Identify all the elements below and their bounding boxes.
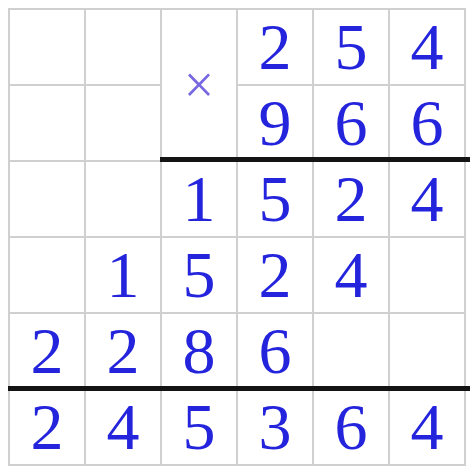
multiplication-grid: × 2 5 4 9 6 6 1 5 2 4 1 5 2 4 2 2 8 6 2 … [8,8,466,466]
cell-r3c3: 1 [162,162,236,236]
cell-r1c1 [10,10,84,84]
operator-cell: × [162,10,236,160]
cell-r6c1: 2 [10,390,84,464]
cell-r5c5 [314,314,388,388]
cell-r6c4: 3 [238,390,312,464]
cell-r4c3: 5 [162,238,236,312]
cell-r5c3: 8 [162,314,236,388]
cell-r3c2 [86,162,160,236]
multiply-icon: × [184,58,214,112]
cell-r4c1 [10,238,84,312]
cell-r5c1: 2 [10,314,84,388]
cell-r1c2 [86,10,160,84]
cell-r3c1 [10,162,84,236]
cell-r1c6: 4 [390,10,464,84]
cell-r2c6: 6 [390,86,464,160]
multiplication-worksheet: × 2 5 4 9 6 6 1 5 2 4 1 5 2 4 2 2 8 6 2 … [0,0,473,475]
cell-r3c6: 4 [390,162,464,236]
cell-r6c2: 4 [86,390,160,464]
cell-r5c4: 6 [238,314,312,388]
cell-r2c5: 6 [314,86,388,160]
cell-r2c2 [86,86,160,160]
cell-r4c4: 2 [238,238,312,312]
cell-r3c5: 2 [314,162,388,236]
cell-r6c6: 4 [390,390,464,464]
cell-r4c2: 1 [86,238,160,312]
partial-products-rule [160,157,470,162]
cell-r6c5: 6 [314,390,388,464]
cell-r2c1 [10,86,84,160]
cell-r4c6 [390,238,464,312]
final-sum-rule [8,386,470,391]
cell-r6c3: 5 [162,390,236,464]
cell-r5c6 [390,314,464,388]
cell-r3c4: 5 [238,162,312,236]
cell-r2c4: 9 [238,86,312,160]
cell-r1c4: 2 [238,10,312,84]
cell-r5c2: 2 [86,314,160,388]
cell-r4c5: 4 [314,238,388,312]
cell-r1c5: 5 [314,10,388,84]
